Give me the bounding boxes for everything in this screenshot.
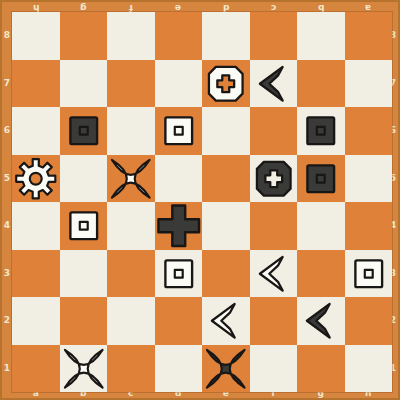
square-a5[interactable]: [12, 155, 60, 203]
piece-white-square-ring[interactable]: [345, 250, 393, 298]
square-a8[interactable]: [12, 12, 60, 60]
square-d5[interactable]: [155, 155, 203, 203]
piece-white-gear[interactable]: [12, 155, 60, 203]
square-f4[interactable]: [250, 202, 298, 250]
piece-black-square-ring[interactable]: [297, 155, 345, 203]
square-c3[interactable]: [107, 250, 155, 298]
square-g2[interactable]: [297, 297, 345, 345]
rank-left-label-7: 7: [2, 60, 12, 108]
square-h6[interactable]: [345, 107, 393, 155]
piece-white-square-ring[interactable]: [155, 107, 203, 155]
square-d4[interactable]: [155, 202, 203, 250]
game-board: [12, 12, 392, 392]
rank-labels-left: 87654321: [2, 12, 12, 392]
piece-white-square-ring[interactable]: [60, 202, 108, 250]
square-h8[interactable]: [345, 12, 393, 60]
rank-left-label-8: 8: [2, 12, 12, 60]
square-d1[interactable]: [155, 345, 203, 393]
file-top-label-d: d: [202, 2, 250, 12]
square-c8[interactable]: [107, 12, 155, 60]
square-f1[interactable]: [250, 345, 298, 393]
file-top-label-g: g: [60, 2, 108, 12]
square-d2[interactable]: [155, 297, 203, 345]
square-f8[interactable]: [250, 12, 298, 60]
square-e7[interactable]: [202, 60, 250, 108]
square-b2[interactable]: [60, 297, 108, 345]
square-d3[interactable]: [155, 250, 203, 298]
file-top-label-h: h: [12, 2, 60, 12]
square-c2[interactable]: [107, 297, 155, 345]
piece-black-plus-cross[interactable]: [155, 202, 203, 250]
square-c5[interactable]: [107, 155, 155, 203]
square-h7[interactable]: [345, 60, 393, 108]
piece-white-square-ring[interactable]: [155, 250, 203, 298]
square-c7[interactable]: [107, 60, 155, 108]
piece-black-x-cross[interactable]: [202, 345, 250, 393]
square-d6[interactable]: [155, 107, 203, 155]
rank-left-label-1: 1: [2, 345, 12, 393]
square-f5[interactable]: [250, 155, 298, 203]
piece-black-chevron[interactable]: [297, 297, 345, 345]
file-top-label-a: a: [345, 2, 393, 12]
square-e2[interactable]: [202, 297, 250, 345]
square-a7[interactable]: [12, 60, 60, 108]
square-b4[interactable]: [60, 202, 108, 250]
square-b6[interactable]: [60, 107, 108, 155]
piece-black-chevron[interactable]: [250, 60, 298, 108]
square-a3[interactable]: [12, 250, 60, 298]
square-g3[interactable]: [297, 250, 345, 298]
square-h5[interactable]: [345, 155, 393, 203]
square-e3[interactable]: [202, 250, 250, 298]
piece-black-square-ring[interactable]: [60, 107, 108, 155]
square-e6[interactable]: [202, 107, 250, 155]
file-labels-top: hgfedcba: [12, 2, 392, 12]
square-g1[interactable]: [297, 345, 345, 393]
square-g4[interactable]: [297, 202, 345, 250]
square-g8[interactable]: [297, 12, 345, 60]
square-h2[interactable]: [345, 297, 393, 345]
rank-left-label-5: 5: [2, 155, 12, 203]
square-e4[interactable]: [202, 202, 250, 250]
square-f3[interactable]: [250, 250, 298, 298]
rank-left-label-2: 2: [2, 297, 12, 345]
square-g5[interactable]: [297, 155, 345, 203]
square-e8[interactable]: [202, 12, 250, 60]
file-top-label-e: e: [155, 2, 203, 12]
square-f2[interactable]: [250, 297, 298, 345]
rank-left-label-6: 6: [2, 107, 12, 155]
square-b3[interactable]: [60, 250, 108, 298]
file-top-label-c: c: [250, 2, 298, 12]
square-c1[interactable]: [107, 345, 155, 393]
square-c6[interactable]: [107, 107, 155, 155]
square-h4[interactable]: [345, 202, 393, 250]
piece-black-square-ring[interactable]: [297, 107, 345, 155]
square-g6[interactable]: [297, 107, 345, 155]
square-g7[interactable]: [297, 60, 345, 108]
square-a1[interactable]: [12, 345, 60, 393]
piece-white-x-cross[interactable]: [60, 345, 108, 393]
piece-white-chevron[interactable]: [250, 250, 298, 298]
piece-white-chevron[interactable]: [202, 297, 250, 345]
square-e1[interactable]: [202, 345, 250, 393]
square-b8[interactable]: [60, 12, 108, 60]
square-f7[interactable]: [250, 60, 298, 108]
square-b5[interactable]: [60, 155, 108, 203]
piece-white-octagon-plus[interactable]: [202, 60, 250, 108]
square-h3[interactable]: [345, 250, 393, 298]
square-d8[interactable]: [155, 12, 203, 60]
square-a2[interactable]: [12, 297, 60, 345]
board-frame: hgfedcba abcdefgh 87654321 87654321: [0, 0, 400, 400]
piece-black-octagon-plus[interactable]: [250, 155, 298, 203]
file-top-label-b: b: [297, 2, 345, 12]
square-c4[interactable]: [107, 202, 155, 250]
piece-white-x-cross[interactable]: [107, 155, 155, 203]
file-top-label-f: f: [107, 2, 155, 12]
square-d7[interactable]: [155, 60, 203, 108]
square-a4[interactable]: [12, 202, 60, 250]
square-a6[interactable]: [12, 107, 60, 155]
square-b1[interactable]: [60, 345, 108, 393]
rank-left-label-3: 3: [2, 250, 12, 298]
rank-left-label-4: 4: [2, 202, 12, 250]
square-h1[interactable]: [345, 345, 393, 393]
square-b7[interactable]: [60, 60, 108, 108]
square-e5[interactable]: [202, 155, 250, 203]
square-f6[interactable]: [250, 107, 298, 155]
